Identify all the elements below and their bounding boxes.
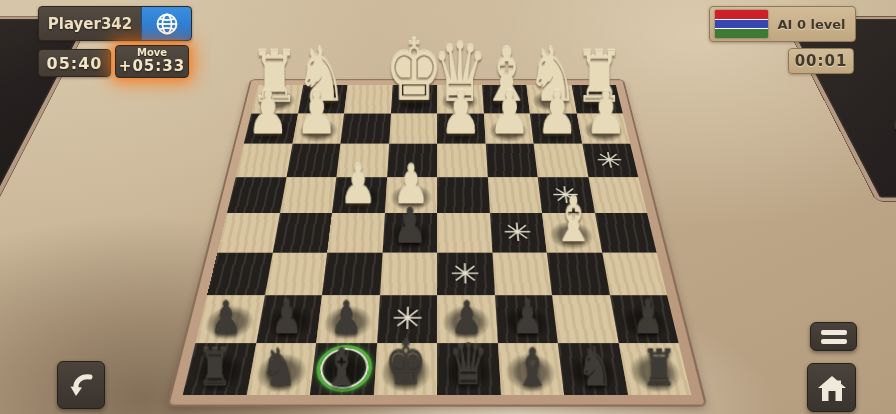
- square-b8[interactable]: ♞: [558, 343, 628, 395]
- square-a5[interactable]: [595, 213, 657, 252]
- undo-button[interactable]: [57, 361, 105, 409]
- square-f6[interactable]: [322, 252, 382, 295]
- square-d2[interactable]: ♟: [437, 113, 485, 144]
- black-bishop-c8[interactable]: ♝: [514, 342, 551, 392]
- square-h5[interactable]: [217, 213, 279, 252]
- square-g3[interactable]: [286, 144, 340, 177]
- black-rook-a8[interactable]: ♜: [641, 343, 677, 391]
- square-c5[interactable]: ✳: [490, 213, 547, 252]
- home-icon: [815, 371, 849, 405]
- move-marker-d6[interactable]: ✳: [450, 257, 481, 290]
- capture-tray-left: [0, 17, 92, 201]
- black-pawn-g7[interactable]: ♟: [271, 297, 303, 340]
- black-rook-h8[interactable]: ♜: [197, 343, 233, 391]
- white-clock: 00:01: [788, 48, 854, 74]
- move-timer-panel: Move +05:33: [115, 45, 189, 78]
- move-marker-a3[interactable]: ✳: [594, 148, 626, 173]
- square-e6[interactable]: [379, 252, 437, 295]
- square-c4[interactable]: [487, 177, 542, 213]
- white-bishop-b5[interactable]: ♝: [552, 192, 595, 250]
- square-g8[interactable]: ♞: [246, 343, 316, 395]
- square-h2[interactable]: ♟: [244, 113, 298, 144]
- board-grid: ♜♞♚♛♝♞♜♟♟♟♟♟♟✳♟♟✳♟✳♝✳♟♟♟✳♟♟♟♜♞♝♚♛♝♞♜: [183, 85, 692, 395]
- square-h8[interactable]: ♜: [183, 343, 256, 395]
- square-a8[interactable]: ♜: [618, 343, 691, 395]
- white-pawn-f4[interactable]: ♟: [340, 160, 378, 211]
- square-h6[interactable]: [207, 252, 272, 295]
- square-b3[interactable]: [534, 144, 588, 177]
- square-a4[interactable]: [588, 177, 647, 213]
- home-button[interactable]: [807, 363, 856, 412]
- black-clock: 05:40: [38, 49, 111, 77]
- square-e5[interactable]: ♟: [382, 213, 437, 252]
- menu-button[interactable]: [810, 322, 857, 351]
- black-pawn-c7[interactable]: ♟: [511, 297, 543, 340]
- square-e1[interactable]: ♚: [391, 85, 437, 113]
- black-pawn-e5[interactable]: ♟: [392, 203, 427, 250]
- square-d5[interactable]: [437, 213, 492, 252]
- square-a3[interactable]: ✳: [582, 144, 638, 177]
- black-knight-b8[interactable]: ♞: [577, 342, 614, 392]
- globe-button[interactable]: [141, 7, 191, 40]
- square-a2[interactable]: ♟: [576, 113, 630, 144]
- white-pawn-a2[interactable]: ♟: [585, 85, 627, 142]
- square-e2[interactable]: [389, 113, 437, 144]
- black-king-e8[interactable]: ♚: [384, 335, 426, 392]
- undo-arrow-icon: [65, 369, 97, 401]
- square-d8[interactable]: ♛: [437, 343, 501, 395]
- white-pawn-c2[interactable]: ♟: [488, 85, 530, 142]
- square-b6[interactable]: [547, 252, 610, 295]
- white-pawn-h2[interactable]: ♟: [247, 85, 289, 142]
- square-g4[interactable]: [280, 177, 337, 213]
- square-h7[interactable]: ♟: [195, 295, 264, 342]
- square-e8[interactable]: ♚: [373, 343, 437, 395]
- captured-black-pawn: ♟: [891, 99, 896, 196]
- white-player-name: AI 0 level: [768, 17, 855, 32]
- white-player-panel: AI 0 level: [709, 6, 856, 42]
- move-marker-c5[interactable]: ✳: [502, 217, 534, 247]
- game-screen: ♟ ♜♞♚♛♝♞♜♟♟♟♟♟♟✳♟♟✳♟✳♝✳♟♟♟✳♟♟♟♜♞♝♚♛♝♞♜ P…: [0, 0, 896, 414]
- square-d4[interactable]: [437, 177, 490, 213]
- square-a6[interactable]: [602, 252, 667, 295]
- square-g5[interactable]: [272, 213, 332, 252]
- black-queen-d8[interactable]: ♛: [449, 338, 489, 392]
- black-bishop-f8[interactable]: ♝: [324, 342, 361, 392]
- square-f4[interactable]: ♟: [332, 177, 387, 213]
- black-pawn-h7[interactable]: ♟: [210, 297, 242, 340]
- square-a7[interactable]: ♟: [610, 295, 679, 342]
- square-d6[interactable]: ✳: [437, 252, 495, 295]
- black-knight-g8[interactable]: ♞: [260, 342, 297, 392]
- menu-icon: [821, 330, 847, 335]
- square-c3[interactable]: [485, 144, 537, 177]
- square-h3[interactable]: [236, 144, 292, 177]
- square-c8[interactable]: ♝: [497, 343, 564, 395]
- square-f8[interactable]: ♝: [310, 343, 377, 395]
- white-pawn-g2[interactable]: ♟: [296, 85, 338, 142]
- square-g2[interactable]: ♟: [292, 113, 344, 144]
- white-pawn-d2[interactable]: ♟: [440, 85, 482, 142]
- capture-tray-right: ♟: [782, 17, 896, 201]
- square-f5[interactable]: [327, 213, 384, 252]
- square-c6[interactable]: [492, 252, 552, 295]
- square-b5[interactable]: ♝: [542, 213, 602, 252]
- move-timer-value: +05:33: [119, 58, 185, 75]
- black-player-name: Player342: [39, 7, 141, 40]
- black-pawn-a7[interactable]: ♟: [632, 297, 664, 340]
- square-d3[interactable]: [437, 144, 487, 177]
- square-f2[interactable]: [340, 113, 390, 144]
- black-pawn-f7[interactable]: ♟: [331, 297, 363, 340]
- globe-icon: [154, 11, 180, 37]
- square-b2[interactable]: ♟: [530, 113, 582, 144]
- white-pawn-b2[interactable]: ♟: [536, 85, 578, 142]
- black-player-panel: Player342: [38, 6, 192, 41]
- gambia-flag: [715, 10, 768, 38]
- square-h4[interactable]: [227, 177, 286, 213]
- square-g6[interactable]: [264, 252, 327, 295]
- square-c2[interactable]: ♟: [483, 113, 533, 144]
